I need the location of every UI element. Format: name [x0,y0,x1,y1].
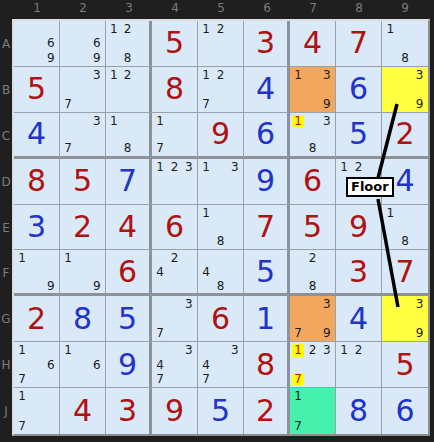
candidate-3-C7: 3 [320,114,334,128]
candidate-1-H8: 1 [337,343,351,357]
cell-A9[interactable]: 18 [382,21,428,67]
candidate-1-H1: 1 [15,343,29,357]
cell-B3[interactable]: 12 [106,67,152,113]
given-digit-F8: 3 [336,250,381,293]
candidate-1-H2: 1 [61,343,75,357]
row-label-C: C [2,130,10,142]
candidate-1-C4: 1 [153,114,167,128]
candidate-7-G7: 7 [291,326,305,340]
cell-E2[interactable]: 2 [60,205,106,251]
cell-G5[interactable]: 6 [198,296,244,342]
candidate-9-B7: 9 [320,96,334,110]
cell-F7[interactable]: 28 [290,250,336,296]
candidate-1-A5: 1 [199,22,213,36]
candidate-2-D4: 2 [167,160,181,174]
candidate-grid-A2: 69 [61,22,104,65]
candidate-6-A2: 6 [90,36,104,50]
given-digit-A8: 7 [336,21,381,66]
candidate-grid-B5: 127 [199,68,242,111]
candidate-grid-D4: 123 [153,160,196,203]
candidate-3-B9: 3 [412,68,427,82]
candidate-grid-H8: 12 [337,343,380,386]
cell-G7[interactable]: 379 [290,296,336,342]
cell-B4[interactable]: 8 [152,67,198,113]
candidate-7-H5: 7 [199,372,213,386]
cell-B6[interactable]: 4 [244,67,290,113]
cell-G3[interactable]: 5 [106,296,152,342]
candidate-4-H4: 4 [153,358,167,372]
cell-J2[interactable]: 4 [60,388,106,434]
candidate-1-F1: 1 [15,251,29,265]
given-digit-E3: 4 [106,205,149,250]
cell-B5[interactable]: 127 [198,67,244,113]
floor-annotation-label: Floor [346,177,394,197]
candidate-9-G9: 9 [412,326,427,340]
candidate-1-D8: 1 [337,160,351,174]
cell-F9[interactable]: 7 [382,250,428,296]
candidate-8-F7: 8 [305,279,319,293]
candidate-3-D4: 3 [182,160,196,174]
cell-D5[interactable]: 13 [198,159,244,205]
candidate-grid-A1: 69 [15,22,58,65]
candidate-9-A2: 9 [90,51,104,65]
candidate-7-C2: 7 [61,141,75,155]
row-label-A: A [2,38,10,50]
cell-F5[interactable]: 48 [198,250,244,296]
cell-J4[interactable]: 9 [152,388,198,434]
candidate-3-B7: 3 [320,68,334,82]
candidate-1-C3: 1 [107,114,121,128]
row-label-E: E [2,222,10,234]
cell-F8[interactable]: 3 [336,250,382,296]
candidate-9-F1: 9 [44,279,58,293]
col-label-8: 8 [355,2,363,14]
candidate-1-E9: 1 [383,206,398,220]
cell-F3[interactable]: 6 [106,250,152,296]
candidate-1-D4: 1 [153,160,167,174]
cell-A5[interactable]: 12 [198,21,244,67]
candidate-9-F2: 9 [90,279,104,293]
candidate-7-B5: 7 [199,96,213,110]
cell-A6[interactable]: 3 [244,21,290,67]
given-digit-J4: 9 [152,388,197,434]
candidate-1-J7: 1 [291,389,305,404]
cell-A3[interactable]: 128 [106,21,152,67]
solved-digit-B6: 4 [244,67,287,112]
candidate-8-C7: 8 [305,141,319,154]
given-digit-E2: 2 [60,205,105,250]
cell-D4[interactable]: 123 [152,159,198,205]
candidate-3-D5: 3 [228,160,242,174]
cell-J7[interactable]: 17 [290,388,336,434]
candidate-6-H2: 6 [90,358,104,372]
cell-F4[interactable]: 24 [152,250,198,296]
candidate-2-A3: 2 [121,22,135,36]
row-label-H: H [1,359,10,371]
candidate-3-B2: 3 [90,68,104,82]
candidate-grid-F1: 19 [15,251,58,292]
given-digit-C5: 9 [198,113,243,156]
candidate-grid-A5: 12 [199,22,242,65]
cell-J9[interactable]: 6 [382,388,428,434]
cell-F2[interactable]: 19 [60,250,106,296]
candidate-grid-A9: 18 [383,22,427,65]
cell-J3[interactable]: 3 [106,388,152,434]
row-label-F: F [3,267,10,279]
candidate-7-J7: 7 [291,418,305,433]
candidate-2-D8: 2 [351,160,365,174]
candidate-4-H5: 4 [199,358,213,372]
cell-A1[interactable]: 69 [14,21,60,67]
given-digit-J2: 4 [60,388,105,434]
candidate-9-A1: 9 [44,51,58,65]
cell-B8[interactable]: 6 [336,67,382,113]
candidate-3-G4: 3 [182,297,196,311]
cell-J6[interactable]: 2 [244,388,290,434]
candidate-3-G7: 3 [320,297,334,311]
cell-E6[interactable]: 7 [244,205,290,251]
candidate-1-A3: 1 [107,22,121,36]
cell-C2[interactable]: 37 [60,113,106,159]
cell-E7[interactable]: 5 [290,205,336,251]
candidate-grid-E5: 18 [199,206,242,249]
cell-E1[interactable]: 3 [14,205,60,251]
candidate-grid-C3: 18 [107,114,148,155]
candidate-grid-G7: 379 [291,297,334,340]
candidate-7-H1: 7 [15,372,29,386]
solved-digit-J8: 8 [336,388,381,434]
candidate-1-J1: 1 [15,389,29,404]
candidate-8-E5: 8 [213,234,227,248]
solved-digit-C8: 5 [336,113,381,156]
given-digit-H6: 8 [244,342,287,387]
candidate-grid-H4: 347 [153,343,196,386]
cell-F6[interactable]: 5 [244,250,290,296]
cell-B1[interactable]: 5 [14,67,60,113]
cell-C8[interactable]: 5 [336,113,382,159]
candidate-1-A9: 1 [383,22,398,36]
solved-digit-F6: 5 [244,250,287,293]
col-label-7: 7 [309,2,317,14]
candidate-grid-J7: 17 [291,389,334,433]
cell-J1[interactable]: 17 [14,388,60,434]
cell-E5[interactable]: 18 [198,205,244,251]
candidate-3-H5: 3 [228,343,242,357]
candidate-6-H1: 6 [44,358,58,372]
cell-A7[interactable]: 4 [290,21,336,67]
candidate-4-F4: 4 [153,265,167,279]
cell-A2[interactable]: 69 [60,21,106,67]
cell-B9[interactable]: 39 [382,67,428,113]
given-digit-E4: 6 [152,205,197,250]
given-digit-E8: 9 [336,205,381,250]
candidate-grid-C4: 17 [153,114,196,155]
cell-F1[interactable]: 19 [14,250,60,296]
sudoku-app-window: { "game": "sudoku", "position": "...5.34… [0,0,434,442]
cell-H3[interactable]: 9 [106,342,152,388]
cell-D6[interactable]: 9 [244,159,290,205]
candidate-3-C2: 3 [90,114,104,128]
candidate-7-H4: 7 [153,372,167,386]
candidate-grid-H2: 16 [61,343,104,386]
row-label-J: J [4,405,8,417]
candidate-3-H4: 3 [182,343,196,357]
cell-J8[interactable]: 8 [336,388,382,434]
cell-H5[interactable]: 347 [198,342,244,388]
candidate-1-B7: 1 [291,68,305,82]
candidate-6-A1: 6 [44,36,58,50]
given-digit-E6: 7 [244,205,287,250]
candidate-grid-A3: 128 [107,22,148,65]
candidate-grid-F7: 28 [291,251,334,292]
candidate-4-F5: 4 [199,265,213,279]
given-digit-G5: 6 [198,296,243,341]
col-label-3: 3 [125,2,133,14]
candidate-1-C7: 1 [292,115,304,127]
candidate-grid-B3: 12 [107,68,148,111]
cell-G8[interactable]: 4 [336,296,382,342]
candidate-8-C3: 8 [121,141,135,155]
given-digit-A4: 5 [152,21,197,66]
solved-digit-J9: 6 [382,388,428,434]
candidate-grid-B2: 37 [61,68,104,111]
solved-digit-B8: 6 [336,67,381,112]
cell-D3[interactable]: 7 [106,159,152,205]
col-label-2: 2 [79,2,87,14]
candidate-grid-C2: 37 [61,114,104,155]
cell-H7[interactable]: 1237 [290,342,336,388]
solved-digit-D3: 7 [106,159,149,204]
board: 6969128512347185371281274139639437181796… [12,19,430,436]
candidate-1-E5: 1 [199,206,213,220]
given-digit-B4: 8 [152,67,197,112]
candidate-grid-F4: 24 [153,251,196,292]
cell-H1[interactable]: 167 [14,342,60,388]
candidate-2-F4: 2 [167,251,181,265]
cell-H6[interactable]: 8 [244,342,290,388]
solved-digit-C6: 6 [244,113,287,156]
candidate-grid-G4: 37 [153,297,196,340]
cell-D2[interactable]: 5 [60,159,106,205]
cell-C6[interactable]: 6 [244,113,290,159]
cell-E9[interactable]: 18 [382,205,428,251]
cell-H2[interactable]: 16 [60,342,106,388]
cell-H9[interactable]: 5 [382,342,428,388]
candidate-1-H7: 1 [292,344,304,356]
col-label-5: 5 [217,2,225,14]
candidate-9-B9: 9 [412,96,427,110]
given-digit-A6: 3 [244,21,287,66]
candidate-7-C4: 7 [153,141,167,155]
candidate-grid-F2: 19 [61,251,104,292]
candidate-grid-G9: 39 [383,297,427,340]
col-label-1: 1 [33,2,41,14]
candidate-grid-C7: 138 [291,114,334,155]
solved-digit-G6: 1 [244,296,287,341]
cell-G4[interactable]: 37 [152,296,198,342]
solved-digit-D6: 9 [244,159,287,204]
candidate-grid-B7: 139 [291,68,334,111]
given-digit-F3: 6 [106,250,149,293]
candidate-grid-H5: 347 [199,343,242,386]
cell-D7[interactable]: 6 [290,159,336,205]
cell-G2[interactable]: 8 [60,296,106,342]
candidate-grid-H1: 167 [15,343,58,386]
candidate-grid-H7: 1237 [291,343,334,386]
candidate-8-E9: 8 [398,234,413,248]
given-digit-D7: 6 [290,159,335,204]
given-digit-C9: 2 [382,113,428,156]
cell-C4[interactable]: 17 [152,113,198,159]
col-label-9: 9 [401,2,409,14]
candidate-2-F7: 2 [305,251,319,265]
candidate-1-B3: 1 [107,68,121,82]
cell-H4[interactable]: 347 [152,342,198,388]
cell-G9[interactable]: 39 [382,296,428,342]
cell-H8[interactable]: 12 [336,342,382,388]
candidate-8-F5: 8 [213,279,227,293]
solved-digit-G2: 8 [60,296,105,341]
candidate-3-G9: 3 [412,297,427,311]
cell-E4[interactable]: 6 [152,205,198,251]
candidate-1-B5: 1 [199,68,213,82]
candidate-3-H7: 3 [320,343,334,357]
candidate-2-A5: 2 [213,22,227,36]
given-digit-F9: 7 [382,250,428,293]
cell-C9[interactable]: 2 [382,113,428,159]
candidate-7-G4: 7 [153,326,167,340]
row-label-D: D [1,176,10,188]
candidate-1-D5: 1 [199,160,213,174]
solved-digit-H3: 9 [106,342,149,387]
candidate-8-A3: 8 [121,51,135,65]
col-label-4: 4 [171,2,179,14]
cell-G6[interactable]: 1 [244,296,290,342]
col-label-6: 6 [263,2,271,14]
given-digit-H9: 5 [382,342,428,387]
row-label-G: G [1,313,10,325]
cell-G1[interactable]: 2 [14,296,60,342]
cell-C1[interactable]: 4 [14,113,60,159]
candidate-grid-J1: 17 [15,389,58,433]
candidate-7-J1: 7 [15,418,29,433]
candidate-grid-B9: 39 [383,68,427,111]
candidate-2-B5: 2 [213,68,227,82]
given-digit-D1: 8 [14,159,59,204]
cell-B7[interactable]: 139 [290,67,336,113]
candidate-8-A9: 8 [398,51,413,65]
candidate-9-G7: 9 [320,326,334,340]
candidate-7-B2: 7 [61,96,75,110]
solved-digit-J5: 5 [198,388,243,434]
candidate-7-H7: 7 [292,373,304,385]
cell-E3[interactable]: 4 [106,205,152,251]
cell-B2[interactable]: 37 [60,67,106,113]
solved-digit-E1: 3 [14,205,59,250]
given-digit-D2: 5 [60,159,105,204]
cell-J5[interactable]: 5 [198,388,244,434]
candidate-grid-D5: 13 [199,160,242,203]
cell-C3[interactable]: 18 [106,113,152,159]
cell-A4[interactable]: 5 [152,21,198,67]
candidate-2-H7: 2 [305,343,319,357]
solved-digit-G3: 5 [106,296,149,341]
given-digit-A7: 4 [290,21,335,66]
cell-C7[interactable]: 138 [290,113,336,159]
given-digit-G1: 2 [14,296,59,341]
given-digit-J6: 2 [244,388,287,434]
cell-C5[interactable]: 9 [198,113,244,159]
solved-digit-G8: 4 [336,296,381,341]
cell-E8[interactable]: 9 [336,205,382,251]
candidate-2-B3: 2 [121,68,135,82]
cell-D1[interactable]: 8 [14,159,60,205]
candidate-1-F2: 1 [61,251,75,265]
given-digit-B1: 5 [14,67,59,112]
solved-digit-C1: 4 [14,113,59,156]
row-label-B: B [2,84,10,96]
cell-A8[interactable]: 7 [336,21,382,67]
given-digit-E7: 5 [290,205,335,250]
candidate-2-H8: 2 [351,343,365,357]
candidate-grid-F5: 48 [199,251,242,292]
given-digit-J3: 3 [106,388,149,434]
candidate-grid-E9: 18 [383,206,427,249]
